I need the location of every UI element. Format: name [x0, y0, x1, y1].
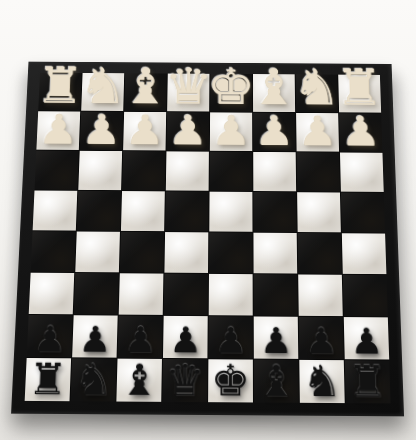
square-f2[interactable]: ♟ [253, 113, 296, 152]
piece-white-bishop[interactable]: ♝ [250, 62, 299, 112]
piece-black-knight[interactable]: ♞ [302, 360, 342, 403]
square-h8[interactable]: ♜ [345, 360, 391, 403]
square-b8[interactable]: ♞ [71, 358, 117, 401]
square-b4[interactable] [77, 191, 121, 231]
chessboard-frame: ♜♞♝♛♚♝♞♜♟♟♟♟♟♟♟♟♟♟♟♟♟♟♟♟♜♞♝♛♚♝♞♜ [11, 62, 404, 417]
piece-black-rook[interactable]: ♜ [347, 360, 387, 403]
board-perspective-wrap: ♜♞♝♛♚♝♞♜♟♟♟♟♟♟♟♟♟♟♟♟♟♟♟♟♜♞♝♛♚♝♞♜ [11, 62, 404, 417]
piece-black-pawn[interactable]: ♟ [305, 323, 338, 359]
square-c6[interactable] [119, 273, 164, 315]
piece-white-pawn[interactable]: ♟ [297, 110, 337, 151]
piece-black-pawn[interactable]: ♟ [33, 322, 67, 358]
square-g7[interactable]: ♟ [299, 317, 344, 359]
square-c8[interactable]: ♝ [116, 359, 162, 402]
square-d5[interactable] [164, 232, 208, 273]
piece-black-pawn[interactable]: ♟ [169, 323, 202, 359]
square-f6[interactable] [254, 274, 298, 316]
square-e2[interactable]: ♟ [210, 112, 252, 151]
square-b5[interactable] [75, 232, 120, 273]
square-c4[interactable] [121, 191, 165, 231]
square-c3[interactable] [122, 151, 165, 190]
square-h4[interactable] [341, 193, 385, 233]
square-b7[interactable]: ♟ [72, 315, 118, 357]
square-a8[interactable]: ♜ [25, 358, 71, 401]
square-h2[interactable]: ♟ [339, 113, 382, 152]
square-g3[interactable] [297, 152, 340, 191]
square-f4[interactable] [253, 192, 296, 232]
piece-black-pawn[interactable]: ♟ [123, 322, 156, 358]
square-d6[interactable] [164, 274, 208, 316]
piece-white-pawn[interactable]: ♟ [38, 109, 79, 150]
piece-black-bishop[interactable]: ♝ [257, 360, 297, 403]
piece-white-pawn[interactable]: ♟ [124, 109, 164, 150]
square-a4[interactable] [33, 190, 78, 230]
piece-white-pawn[interactable]: ♟ [81, 109, 122, 150]
square-b2[interactable]: ♟ [80, 112, 123, 151]
square-f5[interactable] [253, 233, 297, 274]
square-e8[interactable]: ♚ [208, 359, 253, 402]
piece-white-king[interactable]: ♚ [207, 62, 256, 112]
square-f8[interactable]: ♝ [254, 360, 299, 403]
square-e4[interactable] [209, 192, 252, 232]
square-h6[interactable] [343, 275, 388, 317]
piece-black-queen[interactable]: ♛ [165, 359, 205, 402]
piece-black-knight[interactable]: ♞ [73, 358, 114, 401]
square-d7[interactable]: ♟ [163, 316, 208, 358]
piece-black-pawn[interactable]: ♟ [260, 323, 293, 359]
piece-white-bishop[interactable]: ♝ [121, 61, 170, 111]
square-e6[interactable] [209, 274, 253, 316]
square-h5[interactable] [342, 233, 387, 274]
piece-white-pawn[interactable]: ♟ [254, 110, 294, 151]
square-g8[interactable]: ♞ [299, 360, 344, 403]
square-g5[interactable] [298, 233, 342, 274]
piece-black-bishop[interactable]: ♝ [119, 359, 159, 402]
square-c7[interactable]: ♟ [118, 316, 163, 358]
square-a3[interactable] [35, 151, 79, 190]
piece-white-queen[interactable]: ♛ [164, 62, 213, 112]
square-g4[interactable] [297, 192, 341, 232]
square-a2[interactable]: ♟ [36, 111, 80, 150]
square-f3[interactable] [253, 152, 296, 191]
photo-backdrop: ♜♞♝♛♚♝♞♜♟♟♟♟♟♟♟♟♟♟♟♟♟♟♟♟♜♞♝♛♚♝♞♜ [0, 0, 416, 440]
piece-black-pawn[interactable]: ♟ [214, 323, 247, 359]
piece-black-pawn[interactable]: ♟ [350, 324, 384, 360]
piece-white-rook[interactable]: ♜ [335, 63, 385, 113]
piece-black-king[interactable]: ♚ [211, 359, 250, 402]
square-a7[interactable]: ♟ [27, 315, 73, 357]
piece-white-pawn[interactable]: ♟ [168, 110, 208, 151]
square-d8[interactable]: ♛ [162, 359, 207, 402]
square-b3[interactable] [78, 151, 122, 190]
square-a6[interactable] [29, 273, 75, 315]
square-c5[interactable] [120, 232, 164, 273]
square-b6[interactable] [74, 273, 119, 315]
square-g2[interactable]: ♟ [296, 113, 339, 152]
square-d2[interactable]: ♟ [166, 112, 209, 151]
square-c2[interactable]: ♟ [123, 112, 166, 151]
piece-white-pawn[interactable]: ♟ [211, 110, 251, 151]
piece-black-rook[interactable]: ♜ [27, 358, 68, 401]
square-e3[interactable] [210, 152, 253, 191]
square-d3[interactable] [166, 151, 209, 190]
square-d4[interactable] [165, 191, 208, 231]
square-h7[interactable]: ♟ [344, 317, 389, 359]
piece-white-pawn[interactable]: ♟ [340, 111, 381, 152]
chessboard: ♜♞♝♛♚♝♞♜♟♟♟♟♟♟♟♟♟♟♟♟♟♟♟♟♜♞♝♛♚♝♞♜ [25, 73, 391, 404]
square-h3[interactable] [340, 153, 384, 192]
square-e7[interactable]: ♟ [208, 316, 252, 358]
square-f7[interactable]: ♟ [254, 316, 299, 358]
piece-black-pawn[interactable]: ♟ [78, 322, 112, 358]
square-e5[interactable] [209, 232, 253, 273]
square-a5[interactable] [31, 231, 76, 272]
square-g6[interactable] [298, 274, 343, 316]
